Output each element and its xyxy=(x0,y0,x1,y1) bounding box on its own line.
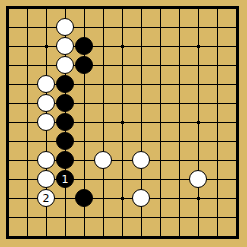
grid-line-vertical xyxy=(160,8,161,237)
stone-white[interactable] xyxy=(37,94,55,112)
star-point xyxy=(197,197,200,200)
stone-black[interactable] xyxy=(75,56,93,74)
stone-white[interactable] xyxy=(132,151,150,169)
grid-line-vertical xyxy=(179,8,180,237)
grid-line-horizontal xyxy=(8,141,237,142)
stone-white[interactable] xyxy=(56,37,74,55)
star-point xyxy=(121,45,124,48)
stone-black-move-1[interactable]: 1 xyxy=(56,170,74,188)
stone-white[interactable] xyxy=(132,189,150,207)
star-point xyxy=(197,45,200,48)
stone-black[interactable] xyxy=(56,94,74,112)
star-point xyxy=(197,121,200,124)
stone-white[interactable] xyxy=(37,170,55,188)
stone-black[interactable] xyxy=(56,75,74,93)
stone-white[interactable] xyxy=(189,170,207,188)
star-point xyxy=(45,45,48,48)
grid-line-horizontal xyxy=(8,217,237,218)
move-number: 2 xyxy=(43,192,50,203)
stone-white[interactable] xyxy=(94,151,112,169)
go-board[interactable]: 12 xyxy=(0,0,247,247)
stone-white[interactable] xyxy=(37,151,55,169)
stone-white[interactable] xyxy=(37,113,55,131)
go-diagram: 12 xyxy=(0,0,247,247)
stone-black[interactable] xyxy=(56,132,74,150)
stone-white[interactable] xyxy=(56,56,74,74)
stone-white[interactable] xyxy=(56,18,74,36)
stone-white[interactable] xyxy=(37,75,55,93)
star-point xyxy=(121,121,124,124)
move-number: 1 xyxy=(62,173,69,184)
stone-black[interactable] xyxy=(56,113,74,131)
stone-black[interactable] xyxy=(75,37,93,55)
stone-white-move-2[interactable]: 2 xyxy=(37,189,55,207)
stone-black[interactable] xyxy=(56,151,74,169)
star-point xyxy=(121,197,124,200)
stone-black[interactable] xyxy=(75,189,93,207)
grid-line-vertical xyxy=(217,8,218,237)
